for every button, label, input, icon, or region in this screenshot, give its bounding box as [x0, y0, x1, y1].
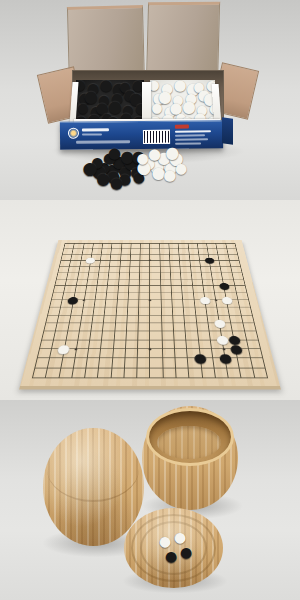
white-stone: ● — [163, 168, 176, 183]
black-stone: ● — [96, 171, 110, 187]
white-stone: ● — [85, 256, 97, 264]
black-stone: ● — [91, 163, 106, 180]
white-stone: ● — [56, 343, 71, 355]
brand-logo-icon — [68, 128, 79, 139]
white-stone: ● — [220, 295, 233, 304]
photo-stone-box: ●●●●●●●●●●●●●●●●●●●●●●●● ●●●●●●●●●●●●●●●… — [0, 0, 300, 200]
black-stone: ● — [110, 176, 123, 191]
star-point — [149, 299, 151, 301]
photo-go-board: ●●●●●●●●●●●●● — [0, 200, 300, 400]
star-point — [74, 348, 77, 350]
go-set-product-photo: ●●●●●●●●●●●●●●●●●●●●●●●● ●●●●●●●●●●●●●●●… — [0, 0, 300, 600]
black-stone: ● — [193, 352, 208, 364]
black-stone: ● — [66, 295, 79, 304]
star-point — [149, 348, 152, 350]
open-bowl-opening — [146, 408, 234, 466]
black-stone: ● — [107, 168, 121, 184]
label-text-line — [82, 133, 102, 135]
photo-stone-bowls: ●●●● — [0, 400, 300, 600]
box-front-label — [60, 120, 223, 150]
box-right-side — [222, 117, 233, 145]
black-stone: ● — [218, 281, 231, 290]
label-text-line — [175, 130, 211, 132]
white-stone: ● — [213, 318, 227, 329]
black-stone: ● — [204, 256, 216, 264]
black-stone: ● — [119, 165, 132, 180]
white-stone: ● — [199, 295, 212, 304]
dish-highlight — [124, 508, 223, 588]
label-text-line — [82, 128, 109, 131]
lid-dish — [124, 508, 223, 588]
go-board: ●●●●●●●●●●●●● — [20, 240, 280, 386]
label-text-line — [76, 140, 130, 144]
black-stone: ● — [130, 164, 142, 178]
star-point — [83, 299, 86, 301]
star-point — [215, 299, 218, 301]
star-point — [149, 260, 151, 261]
black-stone: ● — [218, 352, 233, 364]
black-stone: ● — [118, 172, 131, 187]
board-stones-layer: ●●●●●●●●●●●●● — [32, 243, 268, 378]
open-bowl — [142, 406, 238, 510]
black-stone: ● — [105, 162, 120, 179]
barcode — [143, 130, 170, 144]
black-stone: ● — [133, 170, 145, 184]
open-bowl-floor — [157, 426, 221, 459]
label-text-line — [175, 142, 201, 144]
label-text-line — [175, 138, 208, 140]
product-code — [175, 125, 189, 129]
label-text-line — [175, 134, 205, 136]
white-stone: ● — [152, 165, 166, 181]
